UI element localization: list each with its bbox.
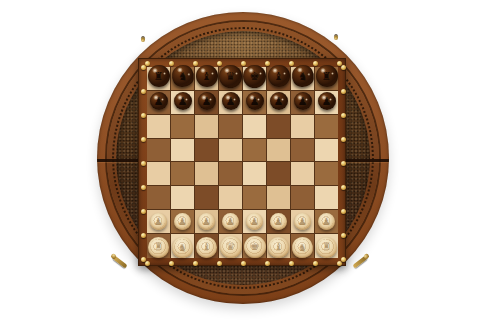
brass-pin-icon (337, 61, 342, 66)
square-h8[interactable]: ♜ (315, 67, 338, 90)
piece-black-knight[interactable]: ♞ (290, 64, 315, 89)
square-b8[interactable]: ♞ (171, 67, 194, 90)
square-c3[interactable] (195, 186, 218, 209)
square-f3[interactable] (267, 186, 290, 209)
clasp-latch-icon[interactable] (352, 255, 367, 268)
brass-pin-icon (341, 233, 346, 238)
black-king-glyph: ♚ (250, 71, 260, 82)
white-pawn-glyph: ♟ (154, 217, 163, 227)
piece-black-king[interactable]: ♚ (243, 65, 266, 88)
brass-pin-icon (141, 185, 146, 190)
black-queen-glyph: ♛ (226, 71, 236, 82)
brass-pin-icon (241, 61, 246, 66)
square-c4[interactable] (195, 162, 218, 185)
square-e6[interactable] (243, 115, 266, 138)
brass-pin-icon (241, 261, 246, 266)
photo-canvas: ♜♞♝♛♚♝♞♜♟♟♟♟♟♟♟♟♟♟♟♟♟♟♟♟♜♞♝♛♚♝♞♜ (0, 0, 480, 320)
square-d2[interactable]: ♟ (219, 210, 242, 233)
piece-black-pawn[interactable]: ♟ (222, 92, 240, 110)
square-g1[interactable]: ♞ (291, 234, 314, 258)
brass-pin-icon (141, 65, 146, 70)
piece-black-pawn[interactable]: ♟ (198, 92, 216, 110)
black-knight-glyph: ♞ (177, 70, 188, 82)
brass-pin-icon (193, 61, 198, 66)
square-a8[interactable]: ♜ (147, 67, 170, 90)
piece-white-pawn[interactable]: ♟ (150, 213, 167, 230)
brass-pin-icon (341, 209, 346, 214)
square-a7[interactable]: ♟ (147, 91, 170, 114)
piece-black-knight[interactable]: ♞ (170, 64, 195, 89)
piece-white-pawn[interactable]: ♟ (198, 213, 215, 230)
square-d4[interactable] (219, 162, 242, 185)
brass-pin-icon (313, 261, 318, 266)
white-bishop-glyph: ♝ (202, 242, 211, 252)
white-pawn-glyph: ♟ (274, 217, 283, 227)
square-d6[interactable] (219, 115, 242, 138)
piece-white-knight[interactable]: ♞ (170, 235, 194, 259)
white-pawn-glyph: ♟ (298, 217, 307, 227)
white-pawn-glyph: ♟ (202, 217, 211, 227)
black-pawn-glyph: ♟ (250, 96, 260, 107)
brass-pin-icon (265, 261, 270, 266)
white-queen-glyph: ♛ (226, 242, 235, 252)
square-d3[interactable] (219, 186, 242, 209)
white-pawn-glyph: ♟ (178, 217, 187, 227)
square-f7[interactable]: ♟ (267, 91, 290, 114)
piece-white-queen[interactable]: ♛ (220, 236, 242, 258)
piece-black-pawn[interactable]: ♟ (174, 92, 192, 110)
square-h3[interactable] (315, 186, 338, 209)
brass-pin-icon (169, 261, 174, 266)
square-f4[interactable] (267, 162, 290, 185)
square-g3[interactable] (291, 186, 314, 209)
square-c8[interactable]: ♝ (195, 67, 218, 90)
square-b7[interactable]: ♟ (171, 91, 194, 114)
brass-pin-icon (341, 137, 346, 142)
piece-white-bishop[interactable]: ♝ (196, 237, 217, 258)
square-h6[interactable] (315, 115, 338, 138)
piece-black-rook[interactable]: ♜ (316, 65, 338, 87)
piece-white-pawn[interactable]: ♟ (222, 213, 239, 230)
square-g5[interactable] (291, 139, 314, 162)
square-a5[interactable] (147, 139, 170, 162)
square-c5[interactable] (195, 139, 218, 162)
brass-pin-icon (289, 261, 294, 266)
piece-black-queen[interactable]: ♛ (219, 65, 242, 88)
black-pawn-glyph: ♟ (298, 96, 308, 107)
square-a6[interactable] (147, 115, 170, 138)
brass-pin-icon (341, 89, 346, 94)
piece-white-knight[interactable]: ♞ (290, 235, 314, 259)
white-pawn-glyph: ♟ (250, 217, 259, 227)
brass-pin-icon (341, 185, 346, 190)
brass-pin-icon (141, 89, 146, 94)
black-pawn-glyph: ♟ (322, 96, 332, 107)
piece-white-pawn[interactable]: ♟ (246, 213, 263, 230)
square-c7[interactable]: ♟ (195, 91, 218, 114)
square-h1[interactable]: ♜ (315, 234, 338, 258)
brass-pin-icon (313, 61, 318, 66)
brass-pin-icon (341, 257, 346, 262)
square-b4[interactable] (171, 162, 194, 185)
brass-pin-icon (217, 61, 222, 66)
piece-black-pawn[interactable]: ♟ (270, 92, 288, 110)
square-f1[interactable]: ♝ (267, 234, 290, 258)
white-rook-glyph: ♜ (154, 242, 163, 252)
piece-white-bishop[interactable]: ♝ (268, 237, 289, 258)
square-b5[interactable] (171, 139, 194, 162)
brass-pin-icon (141, 233, 146, 238)
piece-black-pawn[interactable]: ♟ (150, 92, 168, 110)
chess-grid: ♜♞♝♛♚♝♞♜♟♟♟♟♟♟♟♟♟♟♟♟♟♟♟♟♜♞♝♛♚♝♞♜ (147, 67, 338, 258)
white-pawn-glyph: ♟ (226, 217, 235, 227)
square-a1[interactable]: ♜ (147, 234, 170, 258)
piece-white-rook[interactable]: ♜ (148, 237, 169, 258)
square-e3[interactable] (243, 186, 266, 209)
hinge-pin-icon (334, 35, 338, 40)
square-f8[interactable]: ♝ (267, 67, 290, 90)
square-g8[interactable]: ♞ (291, 67, 314, 90)
piece-black-pawn[interactable]: ♟ (294, 92, 312, 110)
black-rook-glyph: ♜ (322, 71, 332, 82)
black-knight-glyph: ♞ (297, 70, 308, 82)
brass-pin-icon (141, 257, 146, 262)
black-pawn-glyph: ♟ (226, 96, 236, 107)
square-b1[interactable]: ♞ (171, 234, 194, 258)
square-c6[interactable] (195, 115, 218, 138)
square-f6[interactable] (267, 115, 290, 138)
black-rook-glyph: ♜ (154, 71, 164, 82)
square-b3[interactable] (171, 186, 194, 209)
square-e1[interactable]: ♚ (243, 234, 266, 258)
square-h7[interactable]: ♟ (315, 91, 338, 114)
square-c1[interactable]: ♝ (195, 234, 218, 258)
square-h5[interactable] (315, 139, 338, 162)
square-d7[interactable]: ♟ (219, 91, 242, 114)
black-pawn-glyph: ♟ (202, 96, 212, 107)
piece-black-rook[interactable]: ♜ (148, 65, 170, 87)
white-king-glyph: ♚ (250, 242, 259, 252)
piece-black-pawn[interactable]: ♟ (246, 92, 264, 110)
brass-pin-icon (289, 61, 294, 66)
square-b2[interactable]: ♟ (171, 210, 194, 233)
square-d1[interactable]: ♛ (219, 234, 242, 258)
square-h4[interactable] (315, 162, 338, 185)
piece-white-pawn[interactable]: ♟ (294, 213, 311, 230)
piece-black-pawn[interactable]: ♟ (318, 92, 336, 110)
white-knight-glyph: ♞ (297, 241, 307, 252)
square-a3[interactable] (147, 186, 170, 209)
brass-pin-icon (141, 113, 146, 118)
square-f5[interactable] (267, 139, 290, 162)
square-e7[interactable]: ♟ (243, 91, 266, 114)
piece-white-pawn[interactable]: ♟ (318, 213, 335, 230)
square-e8[interactable]: ♚ (243, 67, 266, 90)
square-h2[interactable]: ♟ (315, 210, 338, 233)
square-a2[interactable]: ♟ (147, 210, 170, 233)
square-e2[interactable]: ♟ (243, 210, 266, 233)
black-pawn-glyph: ♟ (178, 96, 188, 107)
square-b6[interactable] (171, 115, 194, 138)
square-c2[interactable]: ♟ (195, 210, 218, 233)
brass-pin-icon (341, 161, 346, 166)
brass-pin-icon (141, 161, 146, 166)
square-d8[interactable]: ♛ (219, 67, 242, 90)
brass-pin-icon (141, 209, 146, 214)
square-e5[interactable] (243, 139, 266, 162)
square-a4[interactable] (147, 162, 170, 185)
brass-pin-icon (265, 61, 270, 66)
square-g7[interactable]: ♟ (291, 91, 314, 114)
black-pawn-glyph: ♟ (154, 96, 164, 107)
brass-pin-icon (193, 261, 198, 266)
square-g4[interactable] (291, 162, 314, 185)
black-pawn-glyph: ♟ (274, 96, 284, 107)
chess-board: ♜♞♝♛♚♝♞♜♟♟♟♟♟♟♟♟♟♟♟♟♟♟♟♟♜♞♝♛♚♝♞♜ (138, 58, 346, 266)
square-f2[interactable]: ♟ (267, 210, 290, 233)
white-knight-glyph: ♞ (177, 241, 187, 252)
square-g6[interactable] (291, 115, 314, 138)
brass-pin-icon (217, 261, 222, 266)
black-bishop-glyph: ♝ (274, 71, 284, 82)
clasp-latch-icon[interactable] (112, 255, 127, 268)
brass-pin-icon (169, 61, 174, 66)
white-rook-glyph: ♜ (322, 242, 331, 252)
square-d5[interactable] (219, 139, 242, 162)
piece-black-bishop[interactable]: ♝ (268, 65, 290, 87)
piece-white-rook[interactable]: ♜ (316, 237, 337, 258)
piece-black-bishop[interactable]: ♝ (196, 65, 218, 87)
square-g2[interactable]: ♟ (291, 210, 314, 233)
brass-pin-icon (141, 137, 146, 142)
piece-white-pawn[interactable]: ♟ (270, 213, 287, 230)
square-e4[interactable] (243, 162, 266, 185)
hinge-pin-icon (141, 37, 145, 42)
piece-white-king[interactable]: ♚ (244, 236, 266, 258)
black-bishop-glyph: ♝ (202, 71, 212, 82)
white-pawn-glyph: ♟ (322, 217, 331, 227)
piece-white-pawn[interactable]: ♟ (174, 213, 191, 230)
brass-pin-icon (341, 113, 346, 118)
white-bishop-glyph: ♝ (274, 242, 283, 252)
